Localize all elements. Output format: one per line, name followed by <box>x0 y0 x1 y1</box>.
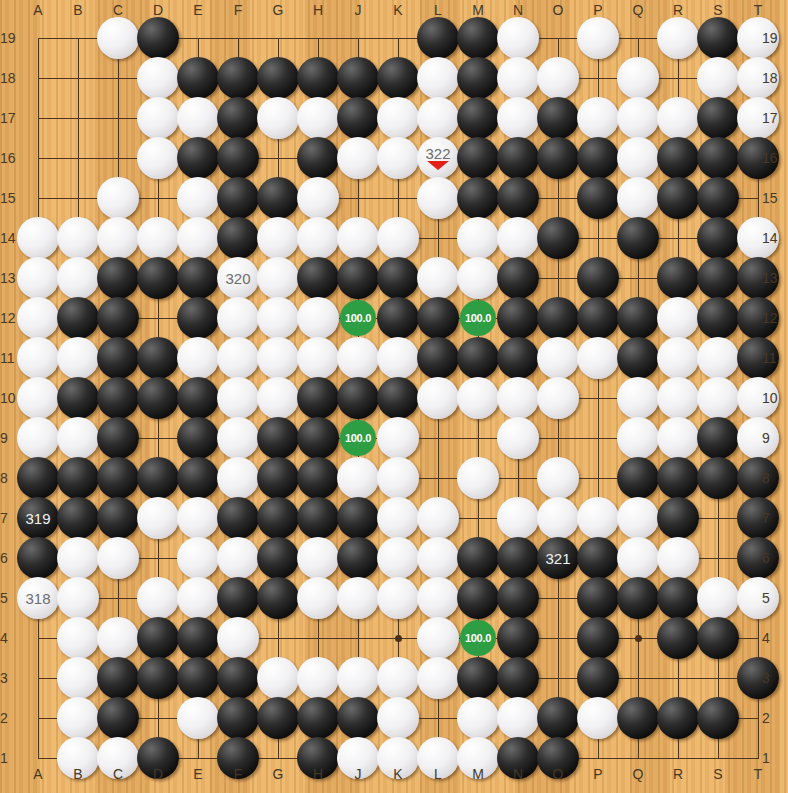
intersection-D19[interactable] <box>138 18 178 58</box>
intersection-G9[interactable] <box>258 418 298 458</box>
intersection-C11[interactable] <box>98 338 138 378</box>
intersection-M15[interactable] <box>458 178 498 218</box>
intersection-N9[interactable] <box>498 418 538 458</box>
analysis-score-badge[interactable]: 100.0 <box>460 620 496 656</box>
intersection-B8[interactable] <box>58 458 98 498</box>
intersection-F17[interactable] <box>218 98 258 138</box>
intersection-R8[interactable] <box>658 458 698 498</box>
intersection-D4[interactable] <box>138 618 178 658</box>
intersection-D15[interactable] <box>138 178 178 218</box>
intersection-Q12[interactable] <box>618 298 658 338</box>
intersection-E8[interactable] <box>178 458 218 498</box>
intersection-K12[interactable] <box>378 298 418 338</box>
intersection-A9[interactable] <box>18 418 58 458</box>
intersection-O5[interactable] <box>538 578 578 618</box>
intersection-F4[interactable] <box>218 618 258 658</box>
intersection-P2[interactable] <box>578 698 618 738</box>
intersection-E2[interactable] <box>178 698 218 738</box>
intersection-A2[interactable] <box>18 698 58 738</box>
intersection-N3[interactable] <box>498 658 538 698</box>
intersection-O19[interactable] <box>538 18 578 58</box>
intersection-T9[interactable] <box>738 418 778 458</box>
intersection-E14[interactable] <box>178 218 218 258</box>
intersection-R15[interactable] <box>658 178 698 218</box>
intersection-N11[interactable] <box>498 338 538 378</box>
intersection-J15[interactable] <box>338 178 378 218</box>
intersection-A6[interactable] <box>18 538 58 578</box>
intersection-L12[interactable] <box>418 298 458 338</box>
intersection-P16[interactable] <box>578 138 618 178</box>
intersection-B16[interactable] <box>58 138 98 178</box>
intersection-Q4[interactable] <box>618 618 658 658</box>
intersection-K11[interactable] <box>378 338 418 378</box>
intersection-O6[interactable]: 321 <box>538 538 578 578</box>
intersection-O7[interactable] <box>538 498 578 538</box>
intersection-S10[interactable] <box>698 378 738 418</box>
intersection-D11[interactable] <box>138 338 178 378</box>
intersection-J11[interactable] <box>338 338 378 378</box>
intersection-H6[interactable] <box>298 538 338 578</box>
intersection-O3[interactable] <box>538 658 578 698</box>
intersection-B19[interactable] <box>58 18 98 58</box>
intersection-E9[interactable] <box>178 418 218 458</box>
intersection-G15[interactable] <box>258 178 298 218</box>
intersection-B7[interactable] <box>58 498 98 538</box>
intersection-M3[interactable] <box>458 658 498 698</box>
intersection-S15[interactable] <box>698 178 738 218</box>
intersection-G17[interactable] <box>258 98 298 138</box>
intersection-C6[interactable] <box>98 538 138 578</box>
intersection-T7[interactable] <box>738 498 778 538</box>
intersection-G4[interactable] <box>258 618 298 658</box>
intersection-O15[interactable] <box>538 178 578 218</box>
intersection-N8[interactable] <box>498 458 538 498</box>
intersection-M17[interactable] <box>458 98 498 138</box>
intersection-S8[interactable] <box>698 458 738 498</box>
intersection-L8[interactable] <box>418 458 458 498</box>
intersection-A8[interactable] <box>18 458 58 498</box>
intersection-S12[interactable] <box>698 298 738 338</box>
intersection-C19[interactable] <box>98 18 138 58</box>
intersection-S2[interactable] <box>698 698 738 738</box>
intersection-R10[interactable] <box>658 378 698 418</box>
intersection-L17[interactable] <box>418 98 458 138</box>
intersection-H7[interactable] <box>298 498 338 538</box>
intersection-R16[interactable] <box>658 138 698 178</box>
intersection-E11[interactable] <box>178 338 218 378</box>
intersection-M13[interactable] <box>458 258 498 298</box>
intersection-H14[interactable] <box>298 218 338 258</box>
intersection-Q16[interactable] <box>618 138 658 178</box>
intersection-M4[interactable]: 100.0 <box>458 618 498 658</box>
intersection-F19[interactable] <box>218 18 258 58</box>
intersection-J8[interactable] <box>338 458 378 498</box>
intersection-K9[interactable] <box>378 418 418 458</box>
intersection-N15[interactable] <box>498 178 538 218</box>
intersection-N19[interactable] <box>498 18 538 58</box>
intersection-A17[interactable] <box>18 98 58 138</box>
intersection-C16[interactable] <box>98 138 138 178</box>
intersection-O11[interactable] <box>538 338 578 378</box>
intersection-O17[interactable] <box>538 98 578 138</box>
intersection-J18[interactable] <box>338 58 378 98</box>
intersection-D10[interactable] <box>138 378 178 418</box>
intersection-F16[interactable] <box>218 138 258 178</box>
intersection-D7[interactable] <box>138 498 178 538</box>
intersection-G3[interactable] <box>258 658 298 698</box>
intersection-D2[interactable] <box>138 698 178 738</box>
intersection-E5[interactable] <box>178 578 218 618</box>
intersection-M9[interactable] <box>458 418 498 458</box>
intersection-S18[interactable] <box>698 58 738 98</box>
intersection-Q3[interactable] <box>618 658 658 698</box>
intersection-L2[interactable] <box>418 698 458 738</box>
intersection-K2[interactable] <box>378 698 418 738</box>
intersection-H9[interactable] <box>298 418 338 458</box>
intersection-F15[interactable] <box>218 178 258 218</box>
intersection-A19[interactable] <box>18 18 58 58</box>
intersection-N5[interactable] <box>498 578 538 618</box>
intersection-E10[interactable] <box>178 378 218 418</box>
intersection-P5[interactable] <box>578 578 618 618</box>
intersection-R12[interactable] <box>658 298 698 338</box>
intersection-K3[interactable] <box>378 658 418 698</box>
intersection-J12[interactable]: 100.0 <box>338 298 378 338</box>
intersection-E15[interactable] <box>178 178 218 218</box>
intersection-C2[interactable] <box>98 698 138 738</box>
intersection-G6[interactable] <box>258 538 298 578</box>
intersection-N10[interactable] <box>498 378 538 418</box>
intersection-N16[interactable] <box>498 138 538 178</box>
intersection-J17[interactable] <box>338 98 378 138</box>
intersection-A18[interactable] <box>18 58 58 98</box>
intersection-Q5[interactable] <box>618 578 658 618</box>
intersection-N7[interactable] <box>498 498 538 538</box>
intersection-A11[interactable] <box>18 338 58 378</box>
intersection-C13[interactable] <box>98 258 138 298</box>
intersection-G14[interactable] <box>258 218 298 258</box>
intersection-M7[interactable] <box>458 498 498 538</box>
intersection-D3[interactable] <box>138 658 178 698</box>
intersection-M6[interactable] <box>458 538 498 578</box>
intersection-E4[interactable] <box>178 618 218 658</box>
intersection-J9[interactable]: 100.0 <box>338 418 378 458</box>
intersection-L7[interactable] <box>418 498 458 538</box>
intersection-F14[interactable] <box>218 218 258 258</box>
intersection-M8[interactable] <box>458 458 498 498</box>
intersection-E13[interactable] <box>178 258 218 298</box>
intersection-F5[interactable] <box>218 578 258 618</box>
intersection-O8[interactable] <box>538 458 578 498</box>
intersection-K13[interactable] <box>378 258 418 298</box>
intersection-F6[interactable] <box>218 538 258 578</box>
intersection-H12[interactable] <box>298 298 338 338</box>
intersection-Q17[interactable] <box>618 98 658 138</box>
intersection-B9[interactable] <box>58 418 98 458</box>
intersection-Q2[interactable] <box>618 698 658 738</box>
intersection-G19[interactable] <box>258 18 298 58</box>
intersection-O2[interactable] <box>538 698 578 738</box>
intersection-L15[interactable] <box>418 178 458 218</box>
intersection-E6[interactable] <box>178 538 218 578</box>
intersection-K6[interactable] <box>378 538 418 578</box>
intersection-F12[interactable] <box>218 298 258 338</box>
intersection-G16[interactable] <box>258 138 298 178</box>
intersection-Q6[interactable] <box>618 538 658 578</box>
intersection-P12[interactable] <box>578 298 618 338</box>
intersection-J19[interactable] <box>338 18 378 58</box>
intersection-B5[interactable] <box>58 578 98 618</box>
intersection-P9[interactable] <box>578 418 618 458</box>
intersection-P19[interactable] <box>578 18 618 58</box>
intersection-G13[interactable] <box>258 258 298 298</box>
intersection-Q11[interactable] <box>618 338 658 378</box>
intersection-C8[interactable] <box>98 458 138 498</box>
intersection-L18[interactable] <box>418 58 458 98</box>
intersection-S3[interactable] <box>698 658 738 698</box>
intersection-N13[interactable] <box>498 258 538 298</box>
intersection-A3[interactable] <box>18 658 58 698</box>
intersection-D5[interactable] <box>138 578 178 618</box>
intersection-T2[interactable] <box>738 698 778 738</box>
intersection-R18[interactable] <box>658 58 698 98</box>
intersection-M10[interactable] <box>458 378 498 418</box>
intersection-S14[interactable] <box>698 218 738 258</box>
intersection-C14[interactable] <box>98 218 138 258</box>
intersection-R13[interactable] <box>658 258 698 298</box>
intersection-G18[interactable] <box>258 58 298 98</box>
intersection-J4[interactable] <box>338 618 378 658</box>
analysis-score-badge[interactable]: 100.0 <box>340 420 376 456</box>
intersection-O10[interactable] <box>538 378 578 418</box>
intersection-T8[interactable] <box>738 458 778 498</box>
intersection-B11[interactable] <box>58 338 98 378</box>
intersection-M14[interactable] <box>458 218 498 258</box>
intersection-F2[interactable] <box>218 698 258 738</box>
intersection-P4[interactable] <box>578 618 618 658</box>
intersection-L11[interactable] <box>418 338 458 378</box>
intersection-K19[interactable] <box>378 18 418 58</box>
intersection-H4[interactable] <box>298 618 338 658</box>
intersection-O18[interactable] <box>538 58 578 98</box>
intersection-O4[interactable] <box>538 618 578 658</box>
intersection-G12[interactable] <box>258 298 298 338</box>
intersection-K5[interactable] <box>378 578 418 618</box>
intersection-L13[interactable] <box>418 258 458 298</box>
intersection-D12[interactable] <box>138 298 178 338</box>
intersection-M19[interactable] <box>458 18 498 58</box>
intersection-L5[interactable] <box>418 578 458 618</box>
intersection-P10[interactable] <box>578 378 618 418</box>
intersection-E3[interactable] <box>178 658 218 698</box>
intersection-A16[interactable] <box>18 138 58 178</box>
intersection-B2[interactable] <box>58 698 98 738</box>
intersection-E18[interactable] <box>178 58 218 98</box>
intersection-B15[interactable] <box>58 178 98 218</box>
intersection-F3[interactable] <box>218 658 258 698</box>
intersection-P13[interactable] <box>578 258 618 298</box>
intersection-M5[interactable] <box>458 578 498 618</box>
intersection-R11[interactable] <box>658 338 698 378</box>
intersection-R2[interactable] <box>658 698 698 738</box>
intersection-R4[interactable] <box>658 618 698 658</box>
intersection-K17[interactable] <box>378 98 418 138</box>
intersection-K15[interactable] <box>378 178 418 218</box>
intersection-A10[interactable] <box>18 378 58 418</box>
intersection-E7[interactable] <box>178 498 218 538</box>
intersection-H10[interactable] <box>298 378 338 418</box>
intersection-L6[interactable] <box>418 538 458 578</box>
intersection-B10[interactable] <box>58 378 98 418</box>
intersection-J13[interactable] <box>338 258 378 298</box>
intersection-K8[interactable] <box>378 458 418 498</box>
intersection-H13[interactable] <box>298 258 338 298</box>
intersection-L16[interactable]: 322 <box>418 138 458 178</box>
intersection-S5[interactable] <box>698 578 738 618</box>
intersection-N6[interactable] <box>498 538 538 578</box>
intersection-B14[interactable] <box>58 218 98 258</box>
intersection-H2[interactable] <box>298 698 338 738</box>
intersection-B18[interactable] <box>58 58 98 98</box>
intersection-M16[interactable] <box>458 138 498 178</box>
intersection-M12[interactable]: 100.0 <box>458 298 498 338</box>
intersection-B17[interactable] <box>58 98 98 138</box>
intersection-O13[interactable] <box>538 258 578 298</box>
intersection-C17[interactable] <box>98 98 138 138</box>
intersection-H5[interactable] <box>298 578 338 618</box>
intersection-F8[interactable] <box>218 458 258 498</box>
intersection-L19[interactable] <box>418 18 458 58</box>
analysis-score-badge[interactable]: 100.0 <box>460 300 496 336</box>
intersection-N17[interactable] <box>498 98 538 138</box>
intersection-D9[interactable] <box>138 418 178 458</box>
intersection-Q13[interactable] <box>618 258 658 298</box>
intersection-B3[interactable] <box>58 658 98 698</box>
intersection-H8[interactable] <box>298 458 338 498</box>
intersection-H19[interactable] <box>298 18 338 58</box>
intersection-P18[interactable] <box>578 58 618 98</box>
intersection-H17[interactable] <box>298 98 338 138</box>
intersection-F13[interactable]: 320 <box>218 258 258 298</box>
intersection-P8[interactable] <box>578 458 618 498</box>
intersection-A5[interactable]: 318 <box>18 578 58 618</box>
intersection-N2[interactable] <box>498 698 538 738</box>
intersection-C10[interactable] <box>98 378 138 418</box>
intersection-R9[interactable] <box>658 418 698 458</box>
intersection-D17[interactable] <box>138 98 178 138</box>
intersection-T6[interactable] <box>738 538 778 578</box>
intersection-T4[interactable] <box>738 618 778 658</box>
intersection-Q18[interactable] <box>618 58 658 98</box>
intersection-Q10[interactable] <box>618 378 658 418</box>
intersection-Q8[interactable] <box>618 458 658 498</box>
intersection-H3[interactable] <box>298 658 338 698</box>
intersection-F10[interactable] <box>218 378 258 418</box>
intersection-G11[interactable] <box>258 338 298 378</box>
intersection-S11[interactable] <box>698 338 738 378</box>
intersection-K18[interactable] <box>378 58 418 98</box>
intersection-J14[interactable] <box>338 218 378 258</box>
intersection-S6[interactable] <box>698 538 738 578</box>
intersection-T3[interactable] <box>738 658 778 698</box>
intersection-B13[interactable] <box>58 258 98 298</box>
intersection-J3[interactable] <box>338 658 378 698</box>
intersection-K7[interactable] <box>378 498 418 538</box>
intersection-O14[interactable] <box>538 218 578 258</box>
intersection-C7[interactable] <box>98 498 138 538</box>
intersection-K10[interactable] <box>378 378 418 418</box>
intersection-J6[interactable] <box>338 538 378 578</box>
intersection-E17[interactable] <box>178 98 218 138</box>
intersection-A12[interactable] <box>18 298 58 338</box>
intersection-P11[interactable] <box>578 338 618 378</box>
intersection-R14[interactable] <box>658 218 698 258</box>
intersection-K16[interactable] <box>378 138 418 178</box>
intersection-J5[interactable] <box>338 578 378 618</box>
intersection-H11[interactable] <box>298 338 338 378</box>
intersection-J10[interactable] <box>338 378 378 418</box>
intersection-E16[interactable] <box>178 138 218 178</box>
intersection-J7[interactable] <box>338 498 378 538</box>
intersection-D14[interactable] <box>138 218 178 258</box>
intersection-O16[interactable] <box>538 138 578 178</box>
intersection-L14[interactable] <box>418 218 458 258</box>
intersection-E19[interactable] <box>178 18 218 58</box>
intersection-P15[interactable] <box>578 178 618 218</box>
intersection-J16[interactable] <box>338 138 378 178</box>
intersection-K14[interactable] <box>378 218 418 258</box>
intersection-Q19[interactable] <box>618 18 658 58</box>
intersection-S19[interactable] <box>698 18 738 58</box>
intersection-Q14[interactable] <box>618 218 658 258</box>
intersection-H15[interactable] <box>298 178 338 218</box>
intersection-C15[interactable] <box>98 178 138 218</box>
intersection-T5[interactable] <box>738 578 778 618</box>
intersection-R3[interactable] <box>658 658 698 698</box>
intersection-D18[interactable] <box>138 58 178 98</box>
intersection-L4[interactable] <box>418 618 458 658</box>
intersection-E12[interactable] <box>178 298 218 338</box>
intersection-S16[interactable] <box>698 138 738 178</box>
intersection-N14[interactable] <box>498 218 538 258</box>
intersection-F9[interactable] <box>218 418 258 458</box>
intersection-B4[interactable] <box>58 618 98 658</box>
intersection-H16[interactable] <box>298 138 338 178</box>
intersection-M11[interactable] <box>458 338 498 378</box>
intersection-J2[interactable] <box>338 698 378 738</box>
intersection-P3[interactable] <box>578 658 618 698</box>
intersection-S7[interactable] <box>698 498 738 538</box>
intersection-D8[interactable] <box>138 458 178 498</box>
intersection-G7[interactable] <box>258 498 298 538</box>
intersection-B12[interactable] <box>58 298 98 338</box>
intersection-S9[interactable] <box>698 418 738 458</box>
intersection-Q15[interactable] <box>618 178 658 218</box>
intersection-S4[interactable] <box>698 618 738 658</box>
intersection-C18[interactable] <box>98 58 138 98</box>
intersection-L10[interactable] <box>418 378 458 418</box>
intersection-R6[interactable] <box>658 538 698 578</box>
intersection-O9[interactable] <box>538 418 578 458</box>
intersection-P14[interactable] <box>578 218 618 258</box>
intersection-R5[interactable] <box>658 578 698 618</box>
intersection-A4[interactable] <box>18 618 58 658</box>
intersection-N12[interactable] <box>498 298 538 338</box>
intersection-C5[interactable] <box>98 578 138 618</box>
intersection-G10[interactable] <box>258 378 298 418</box>
intersection-C12[interactable] <box>98 298 138 338</box>
intersection-D6[interactable] <box>138 538 178 578</box>
